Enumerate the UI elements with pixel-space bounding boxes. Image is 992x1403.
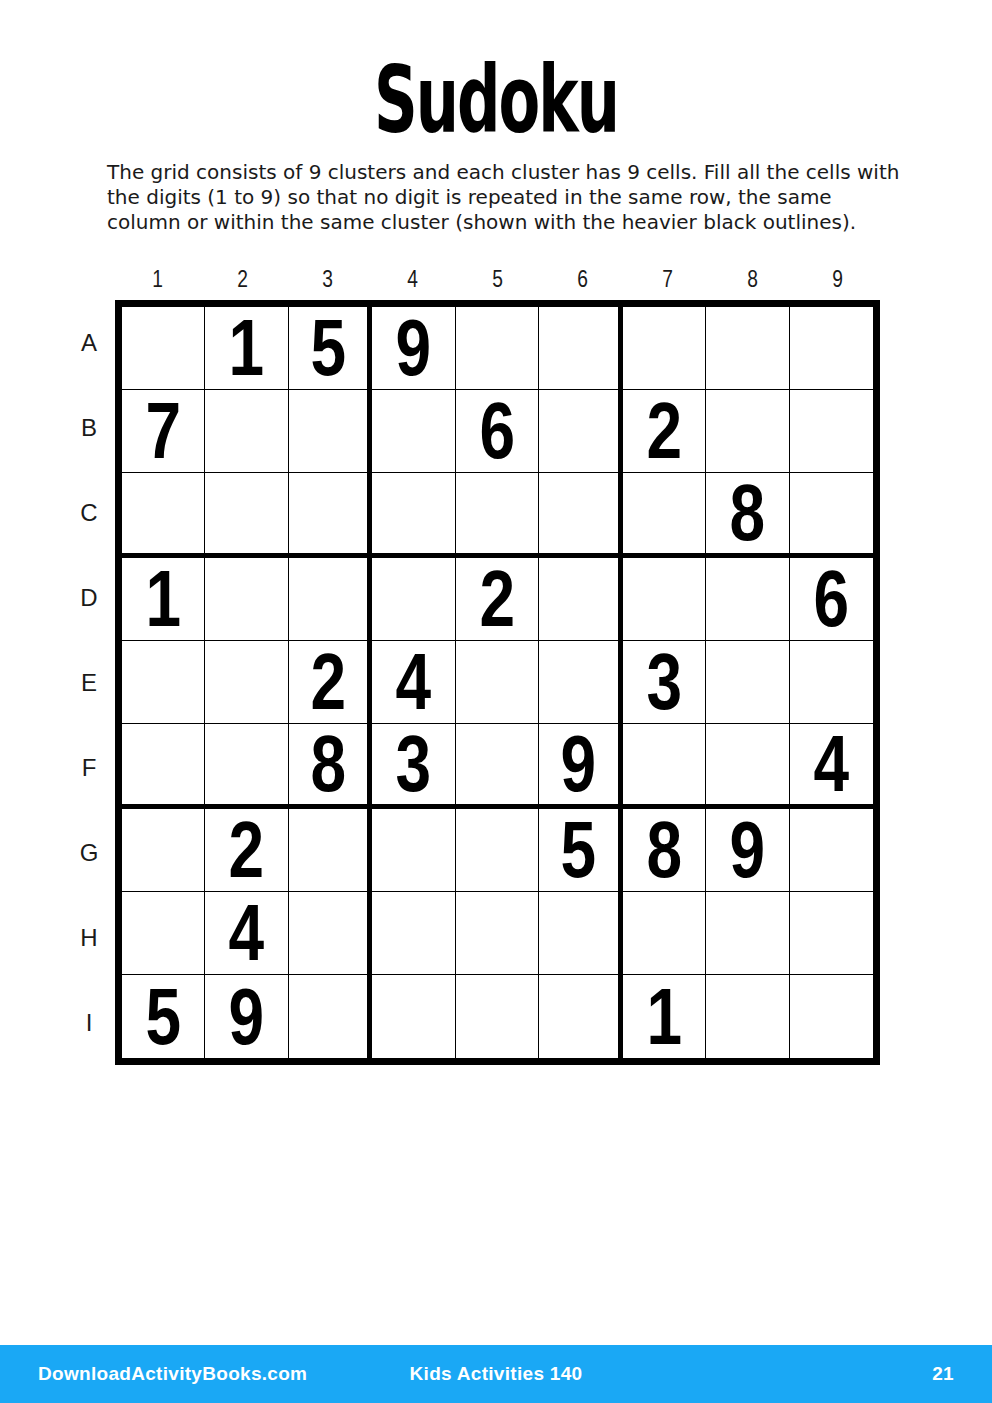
col-label-6: 6 — [549, 266, 617, 292]
given-digit: 4 — [813, 724, 849, 804]
cell-H3 — [289, 892, 372, 975]
footer-website: DownloadActivityBooks.com — [38, 1363, 343, 1385]
row-label-D: D — [74, 555, 104, 640]
row-label-B: B — [74, 385, 104, 470]
cell-A9 — [790, 307, 873, 390]
cell-C1 — [122, 473, 205, 558]
col-label-7: 7 — [634, 266, 702, 292]
cell-G2: 2 — [205, 809, 288, 892]
cell-I7: 1 — [623, 975, 706, 1058]
cell-H1 — [122, 892, 205, 975]
footer-bar: DownloadActivityBooks.com Kids Activitie… — [0, 1345, 992, 1403]
given-digit: 4 — [396, 642, 432, 722]
cell-G1 — [122, 809, 205, 892]
cell-I4 — [372, 975, 455, 1058]
cell-F2 — [205, 724, 288, 809]
cell-I2: 9 — [205, 975, 288, 1058]
cell-A1 — [122, 307, 205, 390]
cell-F3: 8 — [289, 724, 372, 809]
given-digit: 7 — [145, 391, 181, 471]
cell-H6 — [539, 892, 622, 975]
cell-D1: 1 — [122, 558, 205, 641]
given-digit: 3 — [396, 724, 432, 804]
cell-D5: 2 — [456, 558, 539, 641]
cell-A6 — [539, 307, 622, 390]
cell-D2 — [205, 558, 288, 641]
cell-C7 — [623, 473, 706, 558]
cell-E1 — [122, 641, 205, 724]
given-digit: 4 — [229, 893, 265, 973]
cell-B6 — [539, 390, 622, 473]
col-label-4: 4 — [379, 266, 447, 292]
row-label-E: E — [74, 640, 104, 725]
cell-B7: 2 — [623, 390, 706, 473]
cell-A5 — [456, 307, 539, 390]
col-labels: 123456789 — [115, 266, 880, 292]
given-digit: 5 — [561, 810, 597, 890]
cell-G6: 5 — [539, 809, 622, 892]
cell-C9 — [790, 473, 873, 558]
page-title: Sudoku — [169, 55, 824, 147]
cell-H2: 4 — [205, 892, 288, 975]
given-digit: 5 — [145, 977, 181, 1057]
cell-I9 — [790, 975, 873, 1058]
col-label-5: 5 — [464, 266, 532, 292]
cell-I5 — [456, 975, 539, 1058]
cell-F9: 4 — [790, 724, 873, 809]
worksheet-page: Sudoku The grid consists of 9 clusters a… — [0, 0, 992, 1403]
cell-C8: 8 — [706, 473, 789, 558]
cell-I1: 5 — [122, 975, 205, 1058]
cell-A7 — [623, 307, 706, 390]
cell-B9 — [790, 390, 873, 473]
cell-A2: 1 — [205, 307, 288, 390]
col-label-8: 8 — [719, 266, 787, 292]
cell-I3 — [289, 975, 372, 1058]
cell-D7 — [623, 558, 706, 641]
cell-A4: 9 — [372, 307, 455, 390]
cell-A3: 5 — [289, 307, 372, 390]
cell-B5: 6 — [456, 390, 539, 473]
given-digit: 8 — [310, 724, 346, 804]
cell-G5 — [456, 809, 539, 892]
cell-E2 — [205, 641, 288, 724]
footer-page-number: 21 — [649, 1363, 954, 1385]
given-digit: 8 — [646, 810, 682, 890]
cell-D9: 6 — [790, 558, 873, 641]
cell-B1: 7 — [122, 390, 205, 473]
given-digit: 1 — [145, 559, 181, 639]
cell-F7 — [623, 724, 706, 809]
cell-E7: 3 — [623, 641, 706, 724]
given-digit: 1 — [646, 977, 682, 1057]
cell-G4 — [372, 809, 455, 892]
cell-I8 — [706, 975, 789, 1058]
cell-B3 — [289, 390, 372, 473]
cell-C6 — [539, 473, 622, 558]
cell-E3: 2 — [289, 641, 372, 724]
cell-H4 — [372, 892, 455, 975]
cell-C5 — [456, 473, 539, 558]
cell-F4: 3 — [372, 724, 455, 809]
cell-G3 — [289, 809, 372, 892]
cell-G8: 9 — [706, 809, 789, 892]
col-label-9: 9 — [804, 266, 872, 292]
cell-B4 — [372, 390, 455, 473]
row-label-A: A — [74, 300, 104, 385]
cell-C3 — [289, 473, 372, 558]
cell-F8 — [706, 724, 789, 809]
sudoku-grid: 1597628126243839425894591 — [115, 300, 880, 1065]
cell-H7 — [623, 892, 706, 975]
cell-D8 — [706, 558, 789, 641]
cell-I6 — [539, 975, 622, 1058]
given-digit: 9 — [396, 308, 432, 388]
cell-A8 — [706, 307, 789, 390]
cell-D6 — [539, 558, 622, 641]
given-digit: 9 — [229, 977, 265, 1057]
given-digit: 2 — [646, 391, 682, 471]
given-digit: 2 — [479, 559, 515, 639]
cell-E5 — [456, 641, 539, 724]
given-digit: 9 — [561, 724, 597, 804]
cell-D3 — [289, 558, 372, 641]
given-digit: 2 — [310, 642, 346, 722]
given-digit: 5 — [310, 308, 346, 388]
given-digit: 6 — [813, 559, 849, 639]
cell-B8 — [706, 390, 789, 473]
col-label-3: 3 — [294, 266, 362, 292]
cell-E8 — [706, 641, 789, 724]
cell-F6: 9 — [539, 724, 622, 809]
row-label-I: I — [74, 980, 104, 1065]
footer-book-title: Kids Activities 140 — [343, 1363, 648, 1385]
row-label-F: F — [74, 725, 104, 810]
cell-C2 — [205, 473, 288, 558]
cell-C4 — [372, 473, 455, 558]
col-label-2: 2 — [209, 266, 277, 292]
cell-F1 — [122, 724, 205, 809]
cell-E9 — [790, 641, 873, 724]
given-digit: 9 — [730, 810, 766, 890]
cell-G7: 8 — [623, 809, 706, 892]
row-label-C: C — [74, 470, 104, 555]
row-labels: ABCDEFGHI — [74, 300, 104, 1065]
cell-B2 — [205, 390, 288, 473]
cell-F5 — [456, 724, 539, 809]
col-label-1: 1 — [124, 266, 192, 292]
cell-E4: 4 — [372, 641, 455, 724]
row-label-G: G — [74, 810, 104, 895]
cell-H9 — [790, 892, 873, 975]
given-digit: 2 — [229, 810, 265, 890]
given-digit: 6 — [479, 391, 515, 471]
cell-D4 — [372, 558, 455, 641]
cell-E6 — [539, 641, 622, 724]
cell-H5 — [456, 892, 539, 975]
cell-G9 — [790, 809, 873, 892]
row-label-H: H — [74, 895, 104, 980]
given-digit: 3 — [646, 642, 682, 722]
given-digit: 1 — [229, 308, 265, 388]
cell-H8 — [706, 892, 789, 975]
instructions-text: The grid consists of 9 clusters and each… — [107, 160, 907, 235]
given-digit: 8 — [730, 473, 766, 553]
